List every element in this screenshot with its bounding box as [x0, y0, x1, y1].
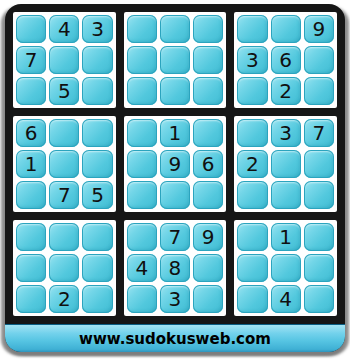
cell-r9c8[interactable]: 4 — [271, 285, 301, 313]
cell-r9c3[interactable] — [82, 285, 112, 313]
cell-r6c6[interactable] — [193, 181, 223, 209]
cell-r4c5[interactable]: 1 — [160, 119, 190, 147]
cell-r8c9[interactable] — [304, 254, 334, 282]
box-6: 2 — [13, 220, 116, 316]
cell-r7c6[interactable]: 9 — [193, 223, 223, 251]
cell-r5c2[interactable] — [49, 150, 79, 178]
cell-r9c1[interactable] — [16, 285, 46, 313]
cell-r1c1[interactable] — [16, 15, 46, 43]
cell-r7c3[interactable] — [82, 223, 112, 251]
cell-r1c2[interactable]: 4 — [49, 15, 79, 43]
sudoku-grid: 43759362617519637227948314 — [5, 4, 345, 324]
box-0: 4375 — [13, 12, 116, 108]
cell-r2c6[interactable] — [193, 46, 223, 74]
cell-r2c3[interactable] — [82, 46, 112, 74]
sudoku-screenshot: 43759362617519637227948314 www.sudokuswe… — [0, 0, 350, 360]
cell-r9c9[interactable] — [304, 285, 334, 313]
box-7: 79483 — [124, 220, 227, 316]
cell-r2c8[interactable]: 6 — [271, 46, 301, 74]
cell-r2c1[interactable]: 7 — [16, 46, 46, 74]
cell-r8c5[interactable]: 8 — [160, 254, 190, 282]
box-3: 6175 — [13, 116, 116, 212]
cell-r8c2[interactable] — [49, 254, 79, 282]
cell-r6c3[interactable]: 5 — [82, 181, 112, 209]
site-url: www.sudokusweb.com — [79, 330, 271, 348]
cell-r2c7[interactable]: 3 — [237, 46, 267, 74]
cell-r2c2[interactable] — [49, 46, 79, 74]
cell-r8c8[interactable] — [271, 254, 301, 282]
cell-r9c6[interactable] — [193, 285, 223, 313]
cell-r5c3[interactable] — [82, 150, 112, 178]
cell-r3c9[interactable] — [304, 77, 334, 105]
box-8: 14 — [234, 220, 337, 316]
cell-r9c2[interactable]: 2 — [49, 285, 79, 313]
cell-r7c7[interactable] — [237, 223, 267, 251]
cell-r6c1[interactable] — [16, 181, 46, 209]
cell-r4c2[interactable] — [49, 119, 79, 147]
cell-r8c3[interactable] — [82, 254, 112, 282]
cell-r6c2[interactable]: 7 — [49, 181, 79, 209]
cell-r1c7[interactable] — [237, 15, 267, 43]
cell-r4c6[interactable] — [193, 119, 223, 147]
cell-r7c9[interactable] — [304, 223, 334, 251]
cell-r3c7[interactable] — [237, 77, 267, 105]
cell-r7c8[interactable]: 1 — [271, 223, 301, 251]
cell-r1c6[interactable] — [193, 15, 223, 43]
cell-r1c9[interactable]: 9 — [304, 15, 334, 43]
cell-r7c4[interactable] — [127, 223, 157, 251]
box-1 — [124, 12, 227, 108]
cell-r2c5[interactable] — [160, 46, 190, 74]
cell-r2c4[interactable] — [127, 46, 157, 74]
cell-r3c3[interactable] — [82, 77, 112, 105]
box-5: 372 — [234, 116, 337, 212]
cell-r4c4[interactable] — [127, 119, 157, 147]
cell-r7c1[interactable] — [16, 223, 46, 251]
cell-r4c1[interactable]: 6 — [16, 119, 46, 147]
cell-r6c9[interactable] — [304, 181, 334, 209]
cell-r8c6[interactable] — [193, 254, 223, 282]
cell-r3c8[interactable]: 2 — [271, 77, 301, 105]
cell-r9c4[interactable] — [127, 285, 157, 313]
cell-r1c5[interactable] — [160, 15, 190, 43]
cell-r6c7[interactable] — [237, 181, 267, 209]
cell-r3c6[interactable] — [193, 77, 223, 105]
cell-r5c6[interactable]: 6 — [193, 150, 223, 178]
cell-r7c2[interactable] — [49, 223, 79, 251]
cell-r6c4[interactable] — [127, 181, 157, 209]
cell-r6c8[interactable] — [271, 181, 301, 209]
cell-r4c3[interactable] — [82, 119, 112, 147]
cell-r3c5[interactable] — [160, 77, 190, 105]
cell-r4c8[interactable]: 3 — [271, 119, 301, 147]
cell-r5c4[interactable] — [127, 150, 157, 178]
cell-r5c8[interactable] — [271, 150, 301, 178]
box-4: 196 — [124, 116, 227, 212]
cell-r4c7[interactable] — [237, 119, 267, 147]
cell-r5c9[interactable] — [304, 150, 334, 178]
cell-r1c8[interactable] — [271, 15, 301, 43]
cell-r8c1[interactable] — [16, 254, 46, 282]
cell-r3c4[interactable] — [127, 77, 157, 105]
cell-r1c4[interactable] — [127, 15, 157, 43]
cell-r1c3[interactable]: 3 — [82, 15, 112, 43]
cell-r3c1[interactable] — [16, 77, 46, 105]
sudoku-board: 43759362617519637227948314 www.sudokuswe… — [5, 4, 345, 352]
footer-band: www.sudokusweb.com — [5, 324, 345, 352]
cell-r4c9[interactable]: 7 — [304, 119, 334, 147]
cell-r5c5[interactable]: 9 — [160, 150, 190, 178]
cell-r9c5[interactable]: 3 — [160, 285, 190, 313]
cell-r3c2[interactable]: 5 — [49, 77, 79, 105]
cell-r8c7[interactable] — [237, 254, 267, 282]
cell-r5c1[interactable]: 1 — [16, 150, 46, 178]
cell-r8c4[interactable]: 4 — [127, 254, 157, 282]
cell-r7c5[interactable]: 7 — [160, 223, 190, 251]
cell-r2c9[interactable] — [304, 46, 334, 74]
box-2: 9362 — [234, 12, 337, 108]
cell-r9c7[interactable] — [237, 285, 267, 313]
cell-r6c5[interactable] — [160, 181, 190, 209]
cell-r5c7[interactable]: 2 — [237, 150, 267, 178]
